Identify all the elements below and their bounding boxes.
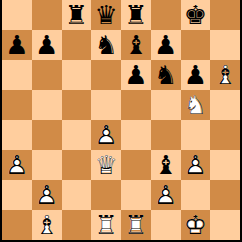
piece-white-pawn: ♟♙ bbox=[32, 180, 62, 210]
square-c4[interactable] bbox=[62, 120, 92, 150]
bishop-glyph-outline: ♗ bbox=[210, 60, 240, 90]
piece-black-pawn: ♟ bbox=[32, 30, 62, 60]
square-c5[interactable] bbox=[62, 90, 92, 120]
piece-white-pawn: ♟♙ bbox=[151, 180, 181, 210]
piece-black-queen: ♛ bbox=[91, 0, 121, 30]
square-b2[interactable]: ♟♙ bbox=[32, 180, 62, 210]
piece-white-rook: ♜♖ bbox=[91, 210, 121, 240]
square-c8[interactable]: ♜ bbox=[62, 0, 92, 30]
piece-black-rook: ♜ bbox=[62, 0, 92, 30]
piece-white-pawn: ♟♙ bbox=[181, 150, 211, 180]
square-d1[interactable]: ♜♖ bbox=[91, 210, 121, 240]
piece-white-bishop: ♝♗ bbox=[210, 60, 240, 90]
piece-white-pawn: ♟♙ bbox=[91, 120, 121, 150]
square-a5[interactable] bbox=[2, 90, 32, 120]
square-g8[interactable]: ♚ bbox=[181, 0, 211, 30]
pawn-glyph-outline: ♙ bbox=[151, 180, 181, 210]
piece-black-pawn: ♟ bbox=[121, 60, 151, 90]
piece-white-bishop: ♝♗ bbox=[32, 210, 62, 240]
square-d4[interactable]: ♟♙ bbox=[91, 120, 121, 150]
square-b7[interactable]: ♟ bbox=[32, 30, 62, 60]
square-a4[interactable] bbox=[2, 120, 32, 150]
square-d3[interactable]: ♛♕ bbox=[91, 150, 121, 180]
piece-black-bishop: ♝ bbox=[151, 150, 181, 180]
square-g5[interactable]: ♞♘ bbox=[181, 90, 211, 120]
square-g3[interactable]: ♟♙ bbox=[181, 150, 211, 180]
square-f8[interactable] bbox=[151, 0, 181, 30]
bishop-glyph-outline: ♗ bbox=[32, 210, 62, 240]
square-g2[interactable] bbox=[181, 180, 211, 210]
square-g7[interactable] bbox=[181, 30, 211, 60]
square-f3[interactable]: ♝ bbox=[151, 150, 181, 180]
square-f4[interactable] bbox=[151, 120, 181, 150]
piece-black-pawn: ♟ bbox=[151, 30, 181, 60]
square-f7[interactable]: ♟ bbox=[151, 30, 181, 60]
square-a8[interactable] bbox=[2, 0, 32, 30]
piece-black-pawn: ♟ bbox=[181, 60, 211, 90]
square-e5[interactable] bbox=[121, 90, 151, 120]
king-glyph-outline: ♔ bbox=[181, 210, 211, 240]
square-h8[interactable] bbox=[210, 0, 240, 30]
piece-white-pawn: ♟♙ bbox=[2, 150, 32, 180]
square-a6[interactable] bbox=[2, 60, 32, 90]
square-b5[interactable] bbox=[32, 90, 62, 120]
piece-black-bishop: ♝ bbox=[121, 30, 151, 60]
square-h7[interactable] bbox=[210, 30, 240, 60]
piece-black-pawn: ♟ bbox=[2, 30, 32, 60]
queen-glyph-outline: ♕ bbox=[91, 150, 121, 180]
pawn-glyph-outline: ♙ bbox=[32, 180, 62, 210]
square-h3[interactable] bbox=[210, 150, 240, 180]
rook-glyph-outline: ♖ bbox=[91, 210, 121, 240]
square-d5[interactable] bbox=[91, 90, 121, 120]
pawn-glyph-outline: ♙ bbox=[2, 150, 32, 180]
square-g4[interactable] bbox=[181, 120, 211, 150]
square-f6[interactable]: ♞ bbox=[151, 60, 181, 90]
piece-white-queen: ♛♕ bbox=[91, 150, 121, 180]
piece-black-knight: ♞ bbox=[91, 30, 121, 60]
square-a3[interactable]: ♟♙ bbox=[2, 150, 32, 180]
square-d8[interactable]: ♛ bbox=[91, 0, 121, 30]
square-h2[interactable] bbox=[210, 180, 240, 210]
square-c2[interactable] bbox=[62, 180, 92, 210]
chess-board: ♜♛♜♚♟♟♞♝♟♟♞♟♝♗♞♘♟♙♟♙♛♕♝♟♙♟♙♟♙♝♗♜♖♜♖♚♔ bbox=[0, 0, 242, 242]
square-g6[interactable]: ♟ bbox=[181, 60, 211, 90]
square-h1[interactable] bbox=[210, 210, 240, 240]
square-f2[interactable]: ♟♙ bbox=[151, 180, 181, 210]
square-e4[interactable] bbox=[121, 120, 151, 150]
square-h4[interactable] bbox=[210, 120, 240, 150]
square-d2[interactable] bbox=[91, 180, 121, 210]
square-e6[interactable]: ♟ bbox=[121, 60, 151, 90]
square-f5[interactable] bbox=[151, 90, 181, 120]
square-e2[interactable] bbox=[121, 180, 151, 210]
square-c1[interactable] bbox=[62, 210, 92, 240]
square-c3[interactable] bbox=[62, 150, 92, 180]
square-c6[interactable] bbox=[62, 60, 92, 90]
square-e1[interactable]: ♜♖ bbox=[121, 210, 151, 240]
square-h6[interactable]: ♝♗ bbox=[210, 60, 240, 90]
square-a7[interactable]: ♟ bbox=[2, 30, 32, 60]
square-c7[interactable] bbox=[62, 30, 92, 60]
square-e8[interactable]: ♜ bbox=[121, 0, 151, 30]
square-e3[interactable] bbox=[121, 150, 151, 180]
knight-glyph-outline: ♘ bbox=[181, 90, 211, 120]
square-b1[interactable]: ♝♗ bbox=[32, 210, 62, 240]
pawn-glyph-outline: ♙ bbox=[181, 150, 211, 180]
square-b3[interactable] bbox=[32, 150, 62, 180]
square-a2[interactable] bbox=[2, 180, 32, 210]
square-g1[interactable]: ♚♔ bbox=[181, 210, 211, 240]
square-d7[interactable]: ♞ bbox=[91, 30, 121, 60]
square-h5[interactable] bbox=[210, 90, 240, 120]
square-d6[interactable] bbox=[91, 60, 121, 90]
piece-black-king: ♚ bbox=[181, 0, 211, 30]
piece-black-rook: ♜ bbox=[121, 0, 151, 30]
piece-black-knight: ♞ bbox=[151, 60, 181, 90]
piece-white-knight: ♞♘ bbox=[181, 90, 211, 120]
square-e7[interactable]: ♝ bbox=[121, 30, 151, 60]
square-b4[interactable] bbox=[32, 120, 62, 150]
square-a1[interactable] bbox=[2, 210, 32, 240]
square-b6[interactable] bbox=[32, 60, 62, 90]
rook-glyph-outline: ♖ bbox=[121, 210, 151, 240]
square-f1[interactable] bbox=[151, 210, 181, 240]
pawn-glyph-outline: ♙ bbox=[91, 120, 121, 150]
square-b8[interactable] bbox=[32, 0, 62, 30]
piece-white-rook: ♜♖ bbox=[121, 210, 151, 240]
piece-white-king: ♚♔ bbox=[181, 210, 211, 240]
